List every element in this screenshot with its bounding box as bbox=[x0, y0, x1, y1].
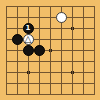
board-intersection[interactable] bbox=[23, 89, 34, 100]
board-intersection[interactable] bbox=[12, 56, 23, 67]
board-intersection[interactable] bbox=[34, 78, 45, 89]
board-intersection[interactable] bbox=[78, 67, 89, 78]
board-intersection[interactable] bbox=[56, 89, 67, 100]
board-intersection[interactable] bbox=[45, 78, 56, 89]
board-intersection[interactable] bbox=[34, 89, 45, 100]
board-intersection[interactable] bbox=[34, 45, 45, 56]
board-intersection[interactable] bbox=[67, 1, 78, 12]
board-intersection[interactable] bbox=[1, 78, 12, 89]
board-intersection[interactable] bbox=[1, 1, 12, 12]
board-intersection[interactable] bbox=[34, 23, 45, 34]
board-intersection[interactable] bbox=[78, 78, 89, 89]
board-intersection[interactable] bbox=[89, 89, 100, 100]
board-intersection[interactable] bbox=[45, 23, 56, 34]
star-point bbox=[27, 71, 30, 74]
board-intersection[interactable] bbox=[1, 89, 12, 100]
triangle-mark-icon: △ bbox=[25, 34, 32, 43]
black-stone[interactable] bbox=[12, 34, 23, 45]
board-intersection[interactable] bbox=[1, 12, 12, 23]
board-intersection[interactable] bbox=[1, 67, 12, 78]
board-intersection[interactable]: △ bbox=[23, 34, 34, 45]
board-intersection[interactable] bbox=[89, 45, 100, 56]
board-intersection[interactable] bbox=[78, 1, 89, 12]
board-intersection[interactable] bbox=[12, 78, 23, 89]
board-intersection[interactable] bbox=[45, 45, 56, 56]
board-intersection[interactable] bbox=[67, 56, 78, 67]
board-intersection[interactable] bbox=[56, 67, 67, 78]
board-intersection[interactable] bbox=[23, 78, 34, 89]
board-intersection[interactable] bbox=[34, 34, 45, 45]
board-intersection[interactable] bbox=[34, 56, 45, 67]
board-intersection[interactable] bbox=[78, 56, 89, 67]
board-intersection[interactable] bbox=[89, 67, 100, 78]
white-stone[interactable] bbox=[56, 12, 67, 23]
board-intersection[interactable] bbox=[56, 56, 67, 67]
star-point bbox=[71, 71, 74, 74]
board-intersection[interactable] bbox=[45, 12, 56, 23]
board-intersection[interactable] bbox=[56, 1, 67, 12]
board-intersection[interactable] bbox=[12, 89, 23, 100]
board-intersection[interactable] bbox=[89, 23, 100, 34]
go-board-diagram: 1△ bbox=[0, 0, 100, 100]
board-intersection[interactable] bbox=[56, 45, 67, 56]
board-intersection[interactable] bbox=[12, 12, 23, 23]
board-intersection[interactable] bbox=[67, 78, 78, 89]
board-intersection[interactable] bbox=[56, 78, 67, 89]
board-intersection[interactable] bbox=[23, 56, 34, 67]
go-board-grid: 1△ bbox=[1, 1, 100, 100]
board-intersection[interactable] bbox=[67, 89, 78, 100]
board-intersection[interactable] bbox=[78, 89, 89, 100]
board-intersection[interactable] bbox=[45, 67, 56, 78]
board-intersection[interactable] bbox=[89, 56, 100, 67]
board-intersection[interactable] bbox=[67, 45, 78, 56]
board-intersection[interactable] bbox=[78, 45, 89, 56]
black-stone[interactable] bbox=[23, 45, 34, 56]
board-intersection[interactable] bbox=[12, 67, 23, 78]
board-intersection[interactable] bbox=[78, 23, 89, 34]
board-intersection[interactable] bbox=[45, 89, 56, 100]
board-intersection[interactable] bbox=[89, 34, 100, 45]
board-intersection[interactable] bbox=[45, 56, 56, 67]
black-stone[interactable]: 1 bbox=[23, 23, 34, 34]
board-intersection[interactable] bbox=[12, 45, 23, 56]
board-intersection[interactable] bbox=[78, 12, 89, 23]
board-intersection[interactable] bbox=[56, 34, 67, 45]
move-number-label: 1 bbox=[26, 24, 31, 31]
board-intersection[interactable] bbox=[1, 56, 12, 67]
board-intersection[interactable] bbox=[1, 23, 12, 34]
board-intersection[interactable] bbox=[67, 12, 78, 23]
board-intersection[interactable] bbox=[12, 1, 23, 12]
board-intersection[interactable] bbox=[45, 34, 56, 45]
board-intersection[interactable] bbox=[23, 45, 34, 56]
board-intersection[interactable] bbox=[89, 12, 100, 23]
black-stone[interactable] bbox=[34, 45, 45, 56]
board-intersection[interactable] bbox=[23, 67, 34, 78]
board-intersection[interactable] bbox=[56, 23, 67, 34]
board-intersection[interactable] bbox=[12, 23, 23, 34]
board-intersection[interactable]: 1 bbox=[23, 23, 34, 34]
board-intersection[interactable] bbox=[67, 34, 78, 45]
board-intersection[interactable] bbox=[34, 12, 45, 23]
white-stone[interactable]: △ bbox=[23, 34, 34, 45]
board-intersection[interactable] bbox=[34, 67, 45, 78]
board-intersection[interactable] bbox=[23, 1, 34, 12]
board-intersection[interactable] bbox=[1, 45, 12, 56]
board-intersection[interactable] bbox=[45, 1, 56, 12]
board-intersection[interactable] bbox=[56, 12, 67, 23]
star-point bbox=[49, 49, 52, 52]
board-intersection[interactable] bbox=[89, 78, 100, 89]
board-intersection[interactable] bbox=[67, 23, 78, 34]
board-intersection[interactable] bbox=[34, 1, 45, 12]
board-intersection[interactable] bbox=[1, 34, 12, 45]
board-intersection[interactable] bbox=[23, 12, 34, 23]
board-intersection[interactable] bbox=[89, 1, 100, 12]
star-point bbox=[71, 27, 74, 30]
board-intersection[interactable] bbox=[67, 67, 78, 78]
board-intersection[interactable] bbox=[12, 34, 23, 45]
board-intersection[interactable] bbox=[78, 34, 89, 45]
